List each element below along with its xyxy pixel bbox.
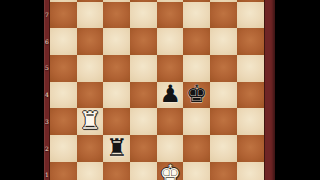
square-h5[interactable] — [237, 55, 264, 82]
white-rook: ♜ — [79, 109, 101, 133]
square-f5[interactable] — [183, 55, 210, 82]
square-b6[interactable] — [77, 28, 104, 55]
square-b2[interactable] — [77, 135, 104, 162]
square-h6[interactable] — [237, 28, 264, 55]
square-b4[interactable] — [77, 82, 104, 109]
square-e3[interactable] — [157, 108, 184, 135]
square-c7[interactable] — [103, 2, 130, 29]
square-d5[interactable] — [130, 55, 157, 82]
square-g7[interactable] — [210, 2, 237, 29]
square-h3[interactable] — [237, 108, 264, 135]
black-king: ♚ — [186, 82, 208, 106]
square-c6[interactable] — [103, 28, 130, 55]
square-a4[interactable] — [50, 82, 77, 109]
square-g2[interactable] — [210, 135, 237, 162]
square-c5[interactable] — [103, 55, 130, 82]
square-e2[interactable] — [157, 135, 184, 162]
square-h7[interactable] — [237, 2, 264, 29]
square-h2[interactable] — [237, 135, 264, 162]
square-f2[interactable] — [183, 135, 210, 162]
black-rook: ♜ — [106, 136, 128, 160]
square-b3[interactable]: ♜ — [77, 108, 104, 135]
white-king: ♚ — [159, 162, 181, 180]
square-e4[interactable]: ♟ — [157, 82, 184, 109]
square-a3[interactable] — [50, 108, 77, 135]
square-c2[interactable]: ♜ — [103, 135, 130, 162]
square-g3[interactable] — [210, 108, 237, 135]
square-g5[interactable] — [210, 55, 237, 82]
board-grid: ♟♚♜♜♚ — [50, 0, 264, 180]
square-f6[interactable] — [183, 28, 210, 55]
square-a5[interactable] — [50, 55, 77, 82]
square-d2[interactable] — [130, 135, 157, 162]
square-d7[interactable] — [130, 2, 157, 29]
square-g4[interactable] — [210, 82, 237, 109]
square-b1[interactable] — [77, 162, 104, 180]
square-e6[interactable] — [157, 28, 184, 55]
black-pawn: ♟ — [159, 82, 181, 106]
square-f4[interactable]: ♚ — [183, 82, 210, 109]
square-a7[interactable] — [50, 2, 77, 29]
square-f7[interactable] — [183, 2, 210, 29]
square-f1[interactable] — [183, 162, 210, 180]
square-e5[interactable] — [157, 55, 184, 82]
chess-board-frame: 7654321 ♟♚♜♜♚ — [44, 0, 275, 180]
square-h4[interactable] — [237, 82, 264, 109]
square-b7[interactable] — [77, 2, 104, 29]
square-b5[interactable] — [77, 55, 104, 82]
square-d1[interactable] — [130, 162, 157, 180]
square-h1[interactable] — [237, 162, 264, 180]
video-frame: 7654321 ♟♚♜♜♚ — [0, 0, 320, 180]
square-c4[interactable] — [103, 82, 130, 109]
square-d3[interactable] — [130, 108, 157, 135]
square-a6[interactable] — [50, 28, 77, 55]
square-a2[interactable] — [50, 135, 77, 162]
square-d6[interactable] — [130, 28, 157, 55]
square-e7[interactable] — [157, 2, 184, 29]
square-c3[interactable] — [103, 108, 130, 135]
square-a1[interactable] — [50, 162, 77, 180]
square-g6[interactable] — [210, 28, 237, 55]
square-d4[interactable] — [130, 82, 157, 109]
square-g1[interactable] — [210, 162, 237, 180]
square-e1[interactable]: ♚ — [157, 162, 184, 180]
square-c1[interactable] — [103, 162, 130, 180]
square-f3[interactable] — [183, 108, 210, 135]
